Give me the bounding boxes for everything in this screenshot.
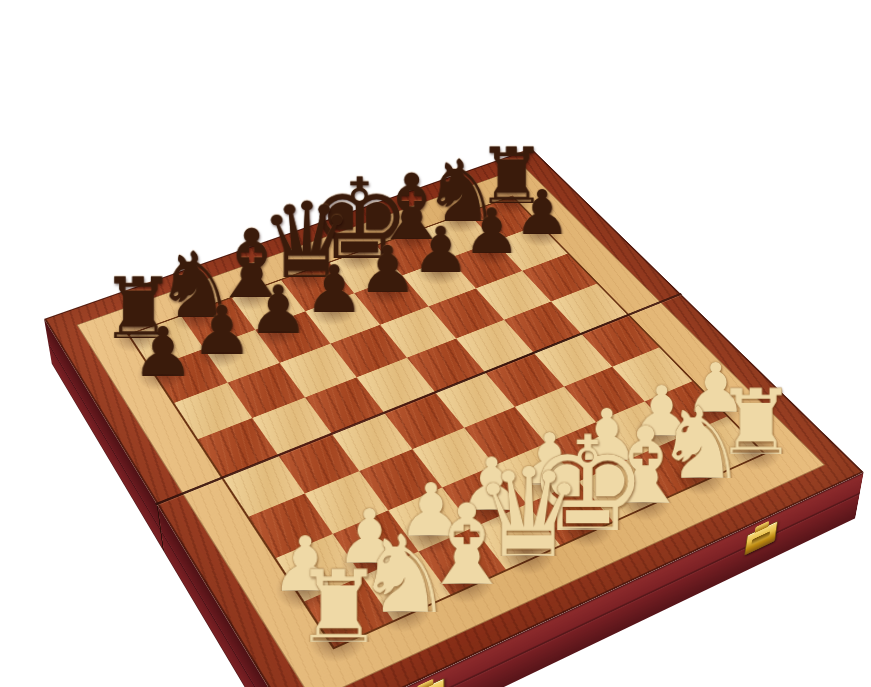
scene: ♜♞♝♛♚♝♞♜♟♟♟♟♟♟♟♟♟♟♟♟♟♟♟♟♜♞♝♛♚♝♞♜ [0,0,871,687]
chess-box: ♜♞♝♛♚♝♞♜♟♟♟♟♟♟♟♟♟♟♟♟♟♟♟♟♜♞♝♛♚♝♞♜ [44,148,864,687]
latch-catch [417,679,433,687]
piece-white-rook-a1[interactable]: ♜ [281,469,396,642]
product-photo-stage: ♜♞♝♛♚♝♞♜♟♟♟♟♟♟♟♟♟♟♟♟♟♟♟♟♜♞♝♛♚♝♞♜ [0,0,871,687]
